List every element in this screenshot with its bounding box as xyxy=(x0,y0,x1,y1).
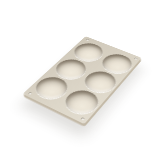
corner-hole xyxy=(133,57,137,60)
corner-hole xyxy=(85,39,89,41)
corner-hole xyxy=(80,117,85,120)
silicone-mold xyxy=(23,36,142,124)
corner-hole xyxy=(27,92,31,95)
product-photo-canvas xyxy=(0,0,156,156)
